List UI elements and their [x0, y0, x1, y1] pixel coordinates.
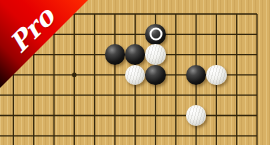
go-app-screenshot: Pro	[0, 0, 270, 145]
stone-R16	[206, 65, 227, 86]
star-point-k16	[72, 73, 77, 78]
stone-O16	[145, 65, 166, 86]
stone-Q14	[186, 105, 207, 126]
stone-O17	[145, 44, 166, 65]
stone-O18	[145, 24, 166, 45]
stone-N17	[125, 44, 146, 65]
stone-M17	[105, 44, 126, 65]
last-move-circle-marker	[149, 28, 162, 41]
